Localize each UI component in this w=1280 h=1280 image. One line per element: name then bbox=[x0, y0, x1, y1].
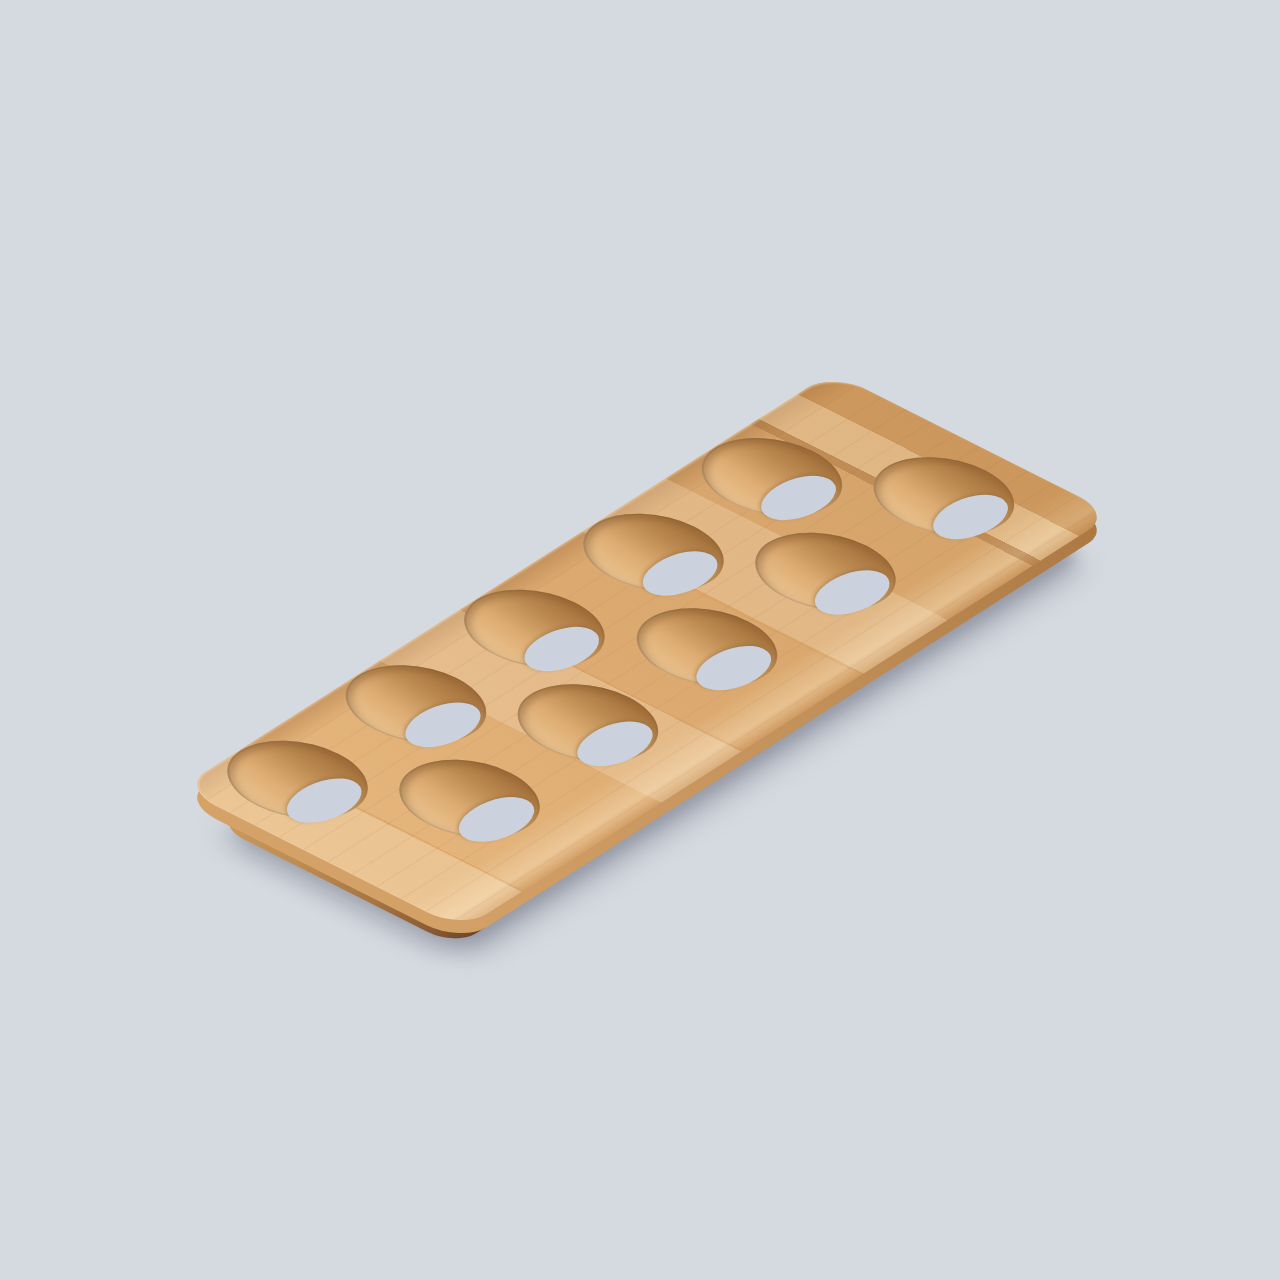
pit-far-5[interactable] bbox=[674, 422, 870, 532]
pit-near-4[interactable] bbox=[727, 517, 923, 627]
pit-through-hole bbox=[747, 468, 851, 528]
pit-through-hole bbox=[510, 619, 614, 679]
pit-near-2[interactable] bbox=[490, 668, 686, 778]
pit-through-hole bbox=[272, 770, 376, 830]
pit-through-hole bbox=[445, 789, 549, 849]
pit-through-hole bbox=[919, 487, 1023, 547]
pit-near-5[interactable] bbox=[846, 441, 1042, 551]
pit-through-hole bbox=[628, 543, 732, 603]
pit-far-2[interactable] bbox=[318, 649, 514, 759]
pit-far-3[interactable] bbox=[437, 573, 633, 683]
pit-far-4[interactable] bbox=[555, 498, 751, 608]
pit-near-3[interactable] bbox=[609, 592, 805, 702]
pit-through-hole bbox=[391, 695, 495, 755]
pit-through-hole bbox=[800, 562, 904, 622]
pit-through-hole bbox=[682, 638, 786, 698]
product-photo-scene bbox=[0, 0, 1280, 1280]
pit-through-hole bbox=[563, 714, 667, 774]
pit-near-1[interactable] bbox=[372, 744, 568, 854]
